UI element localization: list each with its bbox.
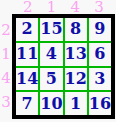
- cell-r3c1: 14: [16, 68, 38, 91]
- cell-r2c2: 4: [40, 43, 62, 66]
- left-key-label-row1: 2: [0, 18, 12, 42]
- cell-r4c3: 1: [65, 92, 87, 115]
- cell-r4c2: 10: [40, 92, 62, 115]
- left-key-label-row4: 3: [0, 91, 12, 115]
- cell-r4c4: 16: [89, 92, 111, 115]
- cell-r4c1: 7: [16, 92, 38, 115]
- cell-r2c4: 6: [89, 43, 111, 66]
- cell-r3c3: 12: [65, 68, 87, 91]
- top-key-label-col4: 3: [87, 0, 111, 15]
- cell-r2c3: 13: [65, 43, 87, 66]
- magic-square-diagram: 2 1 4 3 2 1 4 3 2 15 8 9 11 4 13 6 14 5 …: [0, 0, 116, 122]
- cell-r1c4: 9: [89, 18, 111, 41]
- cell-r3c2: 5: [40, 68, 62, 91]
- cell-r2c1: 11: [16, 43, 38, 66]
- top-key-labels: 2 1 4 3: [16, 0, 111, 14]
- top-key-label-col1: 2: [16, 0, 40, 15]
- left-key-label-row3: 4: [0, 67, 12, 91]
- cell-r1c2: 15: [40, 18, 62, 41]
- cell-r1c1: 2: [16, 18, 38, 41]
- cell-r1c3: 8: [65, 18, 87, 41]
- top-key-label-col2: 1: [40, 0, 64, 15]
- left-key-labels: 2 1 4 3: [0, 18, 12, 115]
- top-key-label-col3: 4: [64, 0, 88, 15]
- left-key-label-row2: 1: [0, 42, 12, 66]
- magic-square-board: 2 15 8 9 11 4 13 6 14 5 12 3 7 10 1 16: [12, 14, 115, 119]
- cell-r3c4: 3: [89, 68, 111, 91]
